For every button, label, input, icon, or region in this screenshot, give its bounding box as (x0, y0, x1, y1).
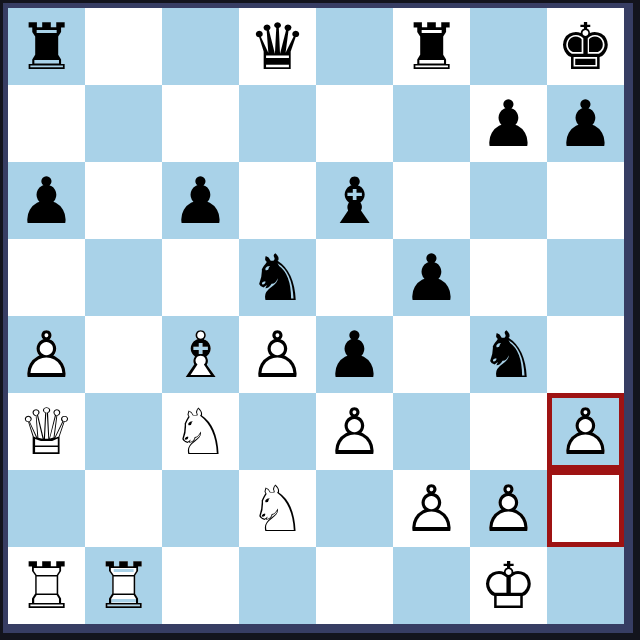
square-c4[interactable]: ♝♗ (162, 316, 239, 393)
square-h3[interactable]: ♟♙ (547, 393, 624, 470)
square-c7[interactable] (162, 85, 239, 162)
piece-black-pawn: ♟ (393, 239, 470, 316)
piece-white-pawn: ♙ (470, 470, 547, 547)
square-d7[interactable] (239, 85, 316, 162)
square-c8[interactable] (162, 8, 239, 85)
white-pawn-fill: ♟ (470, 470, 547, 547)
chess-diagram: ♜♛♜♚♟♟♟♟♝♞♟♟♙♝♗♟♙♟♞♛♕♞♘♟♙♟♙♞♘♟♙♟♙♜♖♜♖♚♔ (0, 0, 640, 640)
square-g4[interactable]: ♞ (470, 316, 547, 393)
square-h6[interactable] (547, 162, 624, 239)
square-f8[interactable]: ♜ (393, 8, 470, 85)
square-a8[interactable]: ♜ (8, 8, 85, 85)
square-d2[interactable]: ♞♘ (239, 470, 316, 547)
square-e3[interactable]: ♟♙ (316, 393, 393, 470)
piece-white-pawn: ♙ (316, 393, 393, 470)
square-f3[interactable] (393, 393, 470, 470)
square-f4[interactable] (393, 316, 470, 393)
piece-white-knight: ♘ (239, 470, 316, 547)
square-h8[interactable]: ♚ (547, 8, 624, 85)
square-e6[interactable]: ♝ (316, 162, 393, 239)
piece-white-pawn: ♙ (547, 393, 624, 470)
square-h1[interactable] (547, 547, 624, 624)
square-a3[interactable]: ♛♕ (8, 393, 85, 470)
square-g6[interactable] (470, 162, 547, 239)
square-f2[interactable]: ♟♙ (393, 470, 470, 547)
square-b4[interactable] (85, 316, 162, 393)
piece-black-pawn: ♟ (547, 85, 624, 162)
white-pawn-fill: ♟ (239, 316, 316, 393)
square-a2[interactable] (8, 470, 85, 547)
square-d4[interactable]: ♟♙ (239, 316, 316, 393)
piece-black-knight: ♞ (239, 239, 316, 316)
piece-white-bishop: ♗ (162, 316, 239, 393)
square-a7[interactable] (8, 85, 85, 162)
square-g8[interactable] (470, 8, 547, 85)
piece-white-pawn: ♙ (239, 316, 316, 393)
white-knight-fill: ♞ (239, 470, 316, 547)
square-d8[interactable]: ♛ (239, 8, 316, 85)
white-pawn-fill: ♟ (316, 393, 393, 470)
white-bishop-fill: ♝ (162, 316, 239, 393)
square-b7[interactable] (85, 85, 162, 162)
piece-black-pawn: ♟ (162, 162, 239, 239)
piece-white-queen: ♕ (8, 393, 85, 470)
square-e1[interactable] (316, 547, 393, 624)
square-g2[interactable]: ♟♙ (470, 470, 547, 547)
square-g1[interactable]: ♚♔ (470, 547, 547, 624)
piece-white-knight: ♘ (162, 393, 239, 470)
square-g7[interactable]: ♟ (470, 85, 547, 162)
square-c5[interactable] (162, 239, 239, 316)
piece-white-rook: ♖ (85, 547, 162, 624)
square-f7[interactable] (393, 85, 470, 162)
square-d1[interactable] (239, 547, 316, 624)
square-h2[interactable] (547, 470, 624, 547)
white-pawn-fill: ♟ (547, 393, 624, 470)
square-f1[interactable] (393, 547, 470, 624)
square-a5[interactable] (8, 239, 85, 316)
square-c6[interactable]: ♟ (162, 162, 239, 239)
square-h7[interactable]: ♟ (547, 85, 624, 162)
square-d6[interactable] (239, 162, 316, 239)
piece-black-pawn: ♟ (316, 316, 393, 393)
square-e7[interactable] (316, 85, 393, 162)
square-c3[interactable]: ♞♘ (162, 393, 239, 470)
piece-black-pawn: ♟ (470, 85, 547, 162)
square-f5[interactable]: ♟ (393, 239, 470, 316)
square-d3[interactable] (239, 393, 316, 470)
square-a6[interactable]: ♟ (8, 162, 85, 239)
piece-white-king: ♔ (470, 547, 547, 624)
square-c1[interactable] (162, 547, 239, 624)
white-queen-fill: ♛ (8, 393, 85, 470)
piece-black-bishop: ♝ (316, 162, 393, 239)
square-f6[interactable] (393, 162, 470, 239)
square-g3[interactable] (470, 393, 547, 470)
square-h4[interactable] (547, 316, 624, 393)
square-b2[interactable] (85, 470, 162, 547)
square-b8[interactable] (85, 8, 162, 85)
piece-white-pawn: ♙ (8, 316, 85, 393)
square-a4[interactable]: ♟♙ (8, 316, 85, 393)
square-e2[interactable] (316, 470, 393, 547)
white-king-fill: ♚ (470, 547, 547, 624)
piece-black-rook: ♜ (393, 8, 470, 85)
piece-black-knight: ♞ (470, 316, 547, 393)
square-e5[interactable] (316, 239, 393, 316)
square-e8[interactable] (316, 8, 393, 85)
piece-black-king: ♚ (547, 8, 624, 85)
square-c2[interactable] (162, 470, 239, 547)
piece-black-queen: ♛ (239, 8, 316, 85)
square-a1[interactable]: ♜♖ (8, 547, 85, 624)
square-d5[interactable]: ♞ (239, 239, 316, 316)
square-e4[interactable]: ♟ (316, 316, 393, 393)
square-h5[interactable] (547, 239, 624, 316)
white-pawn-fill: ♟ (8, 316, 85, 393)
white-rook-fill: ♜ (8, 547, 85, 624)
white-pawn-fill: ♟ (393, 470, 470, 547)
square-g5[interactable] (470, 239, 547, 316)
piece-white-pawn: ♙ (393, 470, 470, 547)
piece-white-rook: ♖ (8, 547, 85, 624)
square-b3[interactable] (85, 393, 162, 470)
square-b5[interactable] (85, 239, 162, 316)
white-rook-fill: ♜ (85, 547, 162, 624)
chess-board: ♜♛♜♚♟♟♟♟♝♞♟♟♙♝♗♟♙♟♞♛♕♞♘♟♙♟♙♞♘♟♙♟♙♜♖♜♖♚♔ (8, 8, 624, 624)
piece-black-pawn: ♟ (8, 162, 85, 239)
square-b1[interactable]: ♜♖ (85, 547, 162, 624)
square-b6[interactable] (85, 162, 162, 239)
board-frame: ♜♛♜♚♟♟♟♟♝♞♟♟♙♝♗♟♙♟♞♛♕♞♘♟♙♟♙♞♘♟♙♟♙♜♖♜♖♚♔ (3, 3, 633, 633)
white-knight-fill: ♞ (162, 393, 239, 470)
piece-black-rook: ♜ (8, 8, 85, 85)
